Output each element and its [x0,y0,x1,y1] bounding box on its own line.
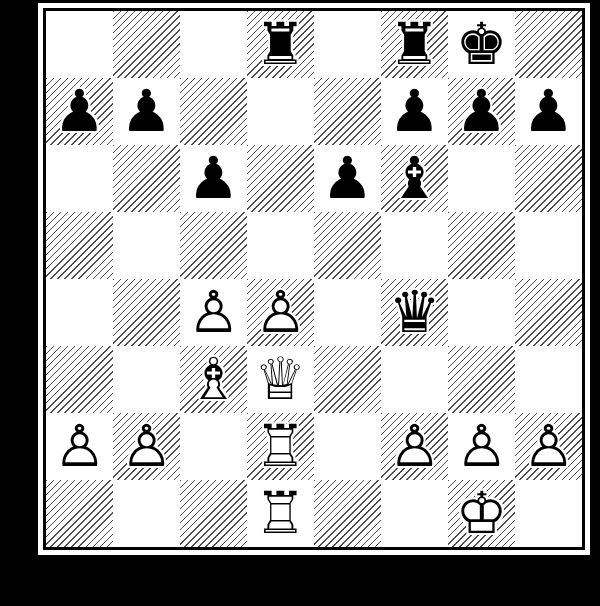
piece-wp-b2: ♟♙ [121,413,173,480]
square-a1[interactable] [46,480,113,547]
square-c4[interactable]: ♟♙ [180,279,247,346]
piece-wq-d3: ♛♕ [255,346,307,413]
square-c5[interactable] [180,212,247,279]
piece-wp-f2: ♟♙ [389,413,441,480]
square-d6[interactable] [247,145,314,212]
piece-bq-f4: ♛ [389,279,441,346]
square-b3[interactable] [113,346,180,413]
square-f3[interactable] [381,346,448,413]
square-a7[interactable]: ♟ [46,78,113,145]
square-e8[interactable] [314,11,381,78]
page-background: ♜♜♚♟♟♟♟♟♟♟♝♟♙♟♙♛♝♗♛♕♟♙♟♙♜♖♟♙♟♙♟♙♜♖♚♔ [0,0,600,606]
wp-outline-glyph: ♙ [389,413,441,480]
square-g6[interactable] [448,145,515,212]
square-h6[interactable] [515,145,582,212]
square-e7[interactable] [314,78,381,145]
square-d5[interactable] [247,212,314,279]
wr-outline-glyph: ♖ [255,413,307,480]
square-f5[interactable] [381,212,448,279]
square-g5[interactable] [448,212,515,279]
wq-outline-glyph: ♕ [255,346,307,413]
square-e4[interactable] [314,279,381,346]
square-h4[interactable] [515,279,582,346]
piece-wb-c3: ♝♗ [188,346,240,413]
square-a4[interactable] [46,279,113,346]
square-h7[interactable]: ♟ [515,78,582,145]
chess-board: ♜♜♚♟♟♟♟♟♟♟♝♟♙♟♙♛♝♗♛♕♟♙♟♙♜♖♟♙♟♙♟♙♜♖♚♔ [43,8,585,550]
square-e2[interactable] [314,413,381,480]
square-a5[interactable] [46,212,113,279]
square-b5[interactable] [113,212,180,279]
square-d3[interactable]: ♛♕ [247,346,314,413]
square-g7[interactable]: ♟ [448,78,515,145]
square-f1[interactable] [381,480,448,547]
square-a3[interactable] [46,346,113,413]
wp-outline-glyph: ♙ [255,279,307,346]
piece-bp-c6: ♟ [188,145,240,212]
square-e3[interactable] [314,346,381,413]
square-f4[interactable]: ♛ [381,279,448,346]
wr-outline-glyph: ♖ [255,480,307,547]
square-g1[interactable]: ♚♔ [448,480,515,547]
piece-bp-f7: ♟ [389,78,441,145]
square-d2[interactable]: ♜♖ [247,413,314,480]
square-d1[interactable]: ♜♖ [247,480,314,547]
wp-outline-glyph: ♙ [523,413,575,480]
piece-br-f8: ♜ [389,11,441,78]
square-f7[interactable]: ♟ [381,78,448,145]
piece-bp-a7: ♟ [54,78,106,145]
square-d4[interactable]: ♟♙ [247,279,314,346]
square-f6[interactable]: ♝ [381,145,448,212]
square-f8[interactable]: ♜ [381,11,448,78]
square-a2[interactable]: ♟♙ [46,413,113,480]
piece-bp-g7: ♟ [456,78,508,145]
wp-outline-glyph: ♙ [54,413,106,480]
square-c8[interactable] [180,11,247,78]
square-b4[interactable] [113,279,180,346]
square-h8[interactable] [515,11,582,78]
square-g2[interactable]: ♟♙ [448,413,515,480]
square-a6[interactable] [46,145,113,212]
square-e6[interactable]: ♟ [314,145,381,212]
square-c3[interactable]: ♝♗ [180,346,247,413]
piece-wp-g2: ♟♙ [456,413,508,480]
square-b8[interactable] [113,11,180,78]
square-h2[interactable]: ♟♙ [515,413,582,480]
square-a8[interactable] [46,11,113,78]
square-h3[interactable] [515,346,582,413]
square-g3[interactable] [448,346,515,413]
square-b7[interactable]: ♟ [113,78,180,145]
piece-br-d8: ♜ [255,11,307,78]
piece-bp-b7: ♟ [121,78,173,145]
square-e1[interactable] [314,480,381,547]
piece-bp-h7: ♟ [523,78,575,145]
square-b6[interactable] [113,145,180,212]
square-b2[interactable]: ♟♙ [113,413,180,480]
square-c1[interactable] [180,480,247,547]
square-f2[interactable]: ♟♙ [381,413,448,480]
square-e5[interactable] [314,212,381,279]
piece-wp-h2: ♟♙ [523,413,575,480]
wp-outline-glyph: ♙ [121,413,173,480]
square-c2[interactable] [180,413,247,480]
square-c7[interactable] [180,78,247,145]
piece-wp-d4: ♟♙ [255,279,307,346]
square-b1[interactable] [113,480,180,547]
piece-wp-c4: ♟♙ [188,279,240,346]
wp-outline-glyph: ♙ [456,413,508,480]
wk-outline-glyph: ♔ [456,480,508,547]
square-h5[interactable] [515,212,582,279]
wb-outline-glyph: ♗ [188,346,240,413]
square-h1[interactable] [515,480,582,547]
piece-bb-f6: ♝ [389,145,441,212]
wp-outline-glyph: ♙ [188,279,240,346]
piece-wr-d1: ♜♖ [255,480,307,547]
square-d8[interactable]: ♜ [247,11,314,78]
board-plate: ♜♜♚♟♟♟♟♟♟♟♝♟♙♟♙♛♝♗♛♕♟♙♟♙♜♖♟♙♟♙♟♙♜♖♚♔ [38,3,590,555]
piece-wr-d2: ♜♖ [255,413,307,480]
piece-bp-e6: ♟ [322,145,374,212]
piece-wp-a2: ♟♙ [54,413,106,480]
piece-bk-g8: ♚ [456,11,508,78]
square-c6[interactable]: ♟ [180,145,247,212]
square-g8[interactable]: ♚ [448,11,515,78]
square-d7[interactable] [247,78,314,145]
piece-wk-g1: ♚♔ [456,480,508,547]
square-g4[interactable] [448,279,515,346]
